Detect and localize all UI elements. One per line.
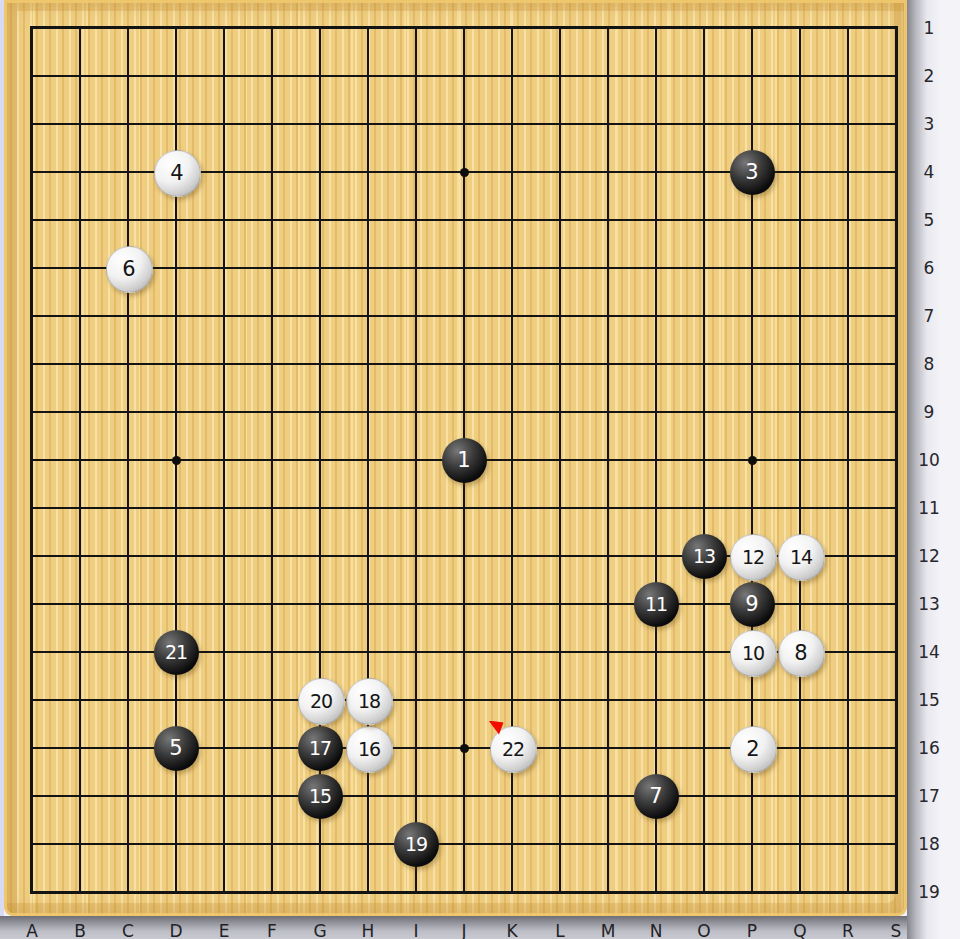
move-number: 14 [790, 546, 812, 568]
col-label-f: F [257, 921, 287, 939]
move-number: 21 [165, 641, 187, 663]
row-label-16: 16 [912, 737, 946, 759]
star-point-j4 [460, 168, 469, 177]
stone-white-2: 2 [730, 726, 777, 773]
move-number: 16 [358, 738, 380, 760]
stone-white-10: 10 [730, 630, 777, 677]
col-label-b: B [65, 921, 95, 939]
move-number: 3 [745, 160, 758, 184]
row-label-9: 9 [912, 401, 946, 423]
row-label-7: 7 [912, 305, 946, 327]
col-label-j: J [449, 921, 479, 939]
row-label-14: 14 [912, 641, 946, 663]
move-number: 7 [649, 784, 662, 808]
row-label-17: 17 [912, 785, 946, 807]
row-label-3: 3 [912, 113, 946, 135]
col-label-o: O [689, 921, 719, 939]
col-label-n: N [641, 921, 671, 939]
row-label-2: 2 [912, 65, 946, 87]
stone-white-8: 8 [778, 630, 825, 677]
stone-black-19: 19 [394, 822, 439, 867]
stone-black-11: 11 [634, 582, 679, 627]
col-label-s: S [881, 921, 911, 939]
col-label-h: H [353, 921, 383, 939]
move-number: 13 [693, 545, 715, 567]
move-number: 6 [122, 257, 135, 281]
col-label-r: R [833, 921, 863, 939]
row-label-10: 10 [912, 449, 946, 471]
go-board-diagram: 12345678910111213141516171819ABCDEFGHIJK… [0, 0, 960, 939]
move-number: 8 [794, 641, 807, 665]
stone-black-13: 13 [682, 534, 727, 579]
row-label-18: 18 [912, 833, 946, 855]
stone-white-18: 18 [346, 678, 393, 725]
move-number: 11 [645, 593, 667, 615]
col-label-a: A [17, 921, 47, 939]
stone-white-14: 14 [778, 534, 825, 581]
col-label-q: Q [785, 921, 815, 939]
move-number: 12 [742, 546, 764, 568]
row-label-19: 19 [912, 881, 946, 903]
col-label-l: L [545, 921, 575, 939]
col-label-k: K [497, 921, 527, 939]
stone-black-3: 3 [730, 150, 775, 195]
move-number: 1 [457, 448, 470, 472]
stone-white-22: 22 [490, 726, 537, 773]
row-label-13: 13 [912, 593, 946, 615]
move-number: 4 [170, 161, 183, 185]
stone-white-20: 20 [298, 678, 345, 725]
row-label-5: 5 [912, 209, 946, 231]
move-number: 18 [358, 690, 380, 712]
stone-black-15: 15 [298, 774, 343, 819]
move-number: 20 [310, 690, 332, 712]
move-number: 22 [502, 738, 524, 760]
col-label-p: P [737, 921, 767, 939]
star-point-j16 [460, 744, 469, 753]
col-label-e: E [209, 921, 239, 939]
row-label-11: 11 [912, 497, 946, 519]
stone-white-16: 16 [346, 726, 393, 773]
col-label-c: C [113, 921, 143, 939]
move-number: 9 [745, 592, 758, 616]
stone-black-17: 17 [298, 726, 343, 771]
stone-black-7: 7 [634, 774, 679, 819]
col-label-g: G [305, 921, 335, 939]
move-number: 15 [309, 785, 331, 807]
row-label-12: 12 [912, 545, 946, 567]
row-label-4: 4 [912, 161, 946, 183]
move-number: 2 [746, 737, 759, 761]
stone-white-12: 12 [730, 534, 777, 581]
star-point-d10 [172, 456, 181, 465]
stone-black-9: 9 [730, 582, 775, 627]
stone-white-4: 4 [154, 150, 201, 197]
row-label-15: 15 [912, 689, 946, 711]
move-number: 5 [169, 736, 182, 760]
row-label-6: 6 [912, 257, 946, 279]
stone-black-5: 5 [154, 726, 199, 771]
star-point-p10 [748, 456, 757, 465]
move-number: 10 [742, 642, 764, 664]
stone-black-1: 1 [442, 438, 487, 483]
col-label-d: D [161, 921, 191, 939]
row-label-1: 1 [912, 17, 946, 39]
col-label-m: M [593, 921, 623, 939]
stone-white-6: 6 [106, 246, 153, 293]
row-label-8: 8 [912, 353, 946, 375]
move-number: 19 [405, 833, 427, 855]
move-number: 17 [309, 737, 331, 759]
col-label-i: I [401, 921, 431, 939]
stone-black-21: 21 [154, 630, 199, 675]
